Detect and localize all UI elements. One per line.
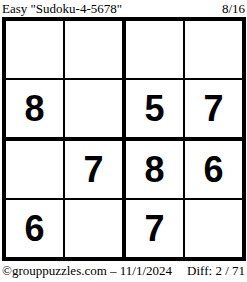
copyright-text: ©grouppuzzles.com – 11/1/2024 bbox=[2, 263, 172, 278]
cell-r3c4-given[interactable]: 6 bbox=[185, 141, 242, 200]
cell-r2c4-given[interactable]: 7 bbox=[185, 80, 242, 141]
cell-r1c2-empty[interactable] bbox=[65, 21, 126, 80]
cell-r4c1-given[interactable]: 6 bbox=[6, 200, 65, 257]
givens-count: 8/16 bbox=[222, 1, 245, 16]
cell-r2c3-given[interactable]: 5 bbox=[126, 80, 185, 141]
cell-r1c1-empty[interactable] bbox=[6, 21, 65, 80]
cell-r1c3-empty[interactable] bbox=[126, 21, 185, 80]
cell-r3c1-empty[interactable] bbox=[6, 141, 65, 200]
cell-r1c4-empty[interactable] bbox=[185, 21, 242, 80]
cell-r4c3-given[interactable]: 7 bbox=[126, 200, 185, 257]
puzzle-title: Easy "Sudoku-4-5678" bbox=[2, 1, 122, 16]
difficulty-text: Diff: 2 / 71 bbox=[187, 263, 245, 278]
footer: ©grouppuzzles.com – 11/1/2024 Diff: 2 / … bbox=[0, 261, 247, 278]
cell-r2c2-empty[interactable] bbox=[65, 80, 126, 141]
header: Easy "Sudoku-4-5678" 8/16 bbox=[0, 0, 247, 16]
cell-r4c2-empty[interactable] bbox=[65, 200, 126, 257]
cell-r2c1-given[interactable]: 8 bbox=[6, 80, 65, 141]
cell-r3c3-given[interactable]: 8 bbox=[126, 141, 185, 200]
cell-r4c4-empty[interactable] bbox=[185, 200, 242, 257]
sudoku-board: 85778667 bbox=[2, 17, 246, 261]
cell-r3c2-given[interactable]: 7 bbox=[65, 141, 126, 200]
